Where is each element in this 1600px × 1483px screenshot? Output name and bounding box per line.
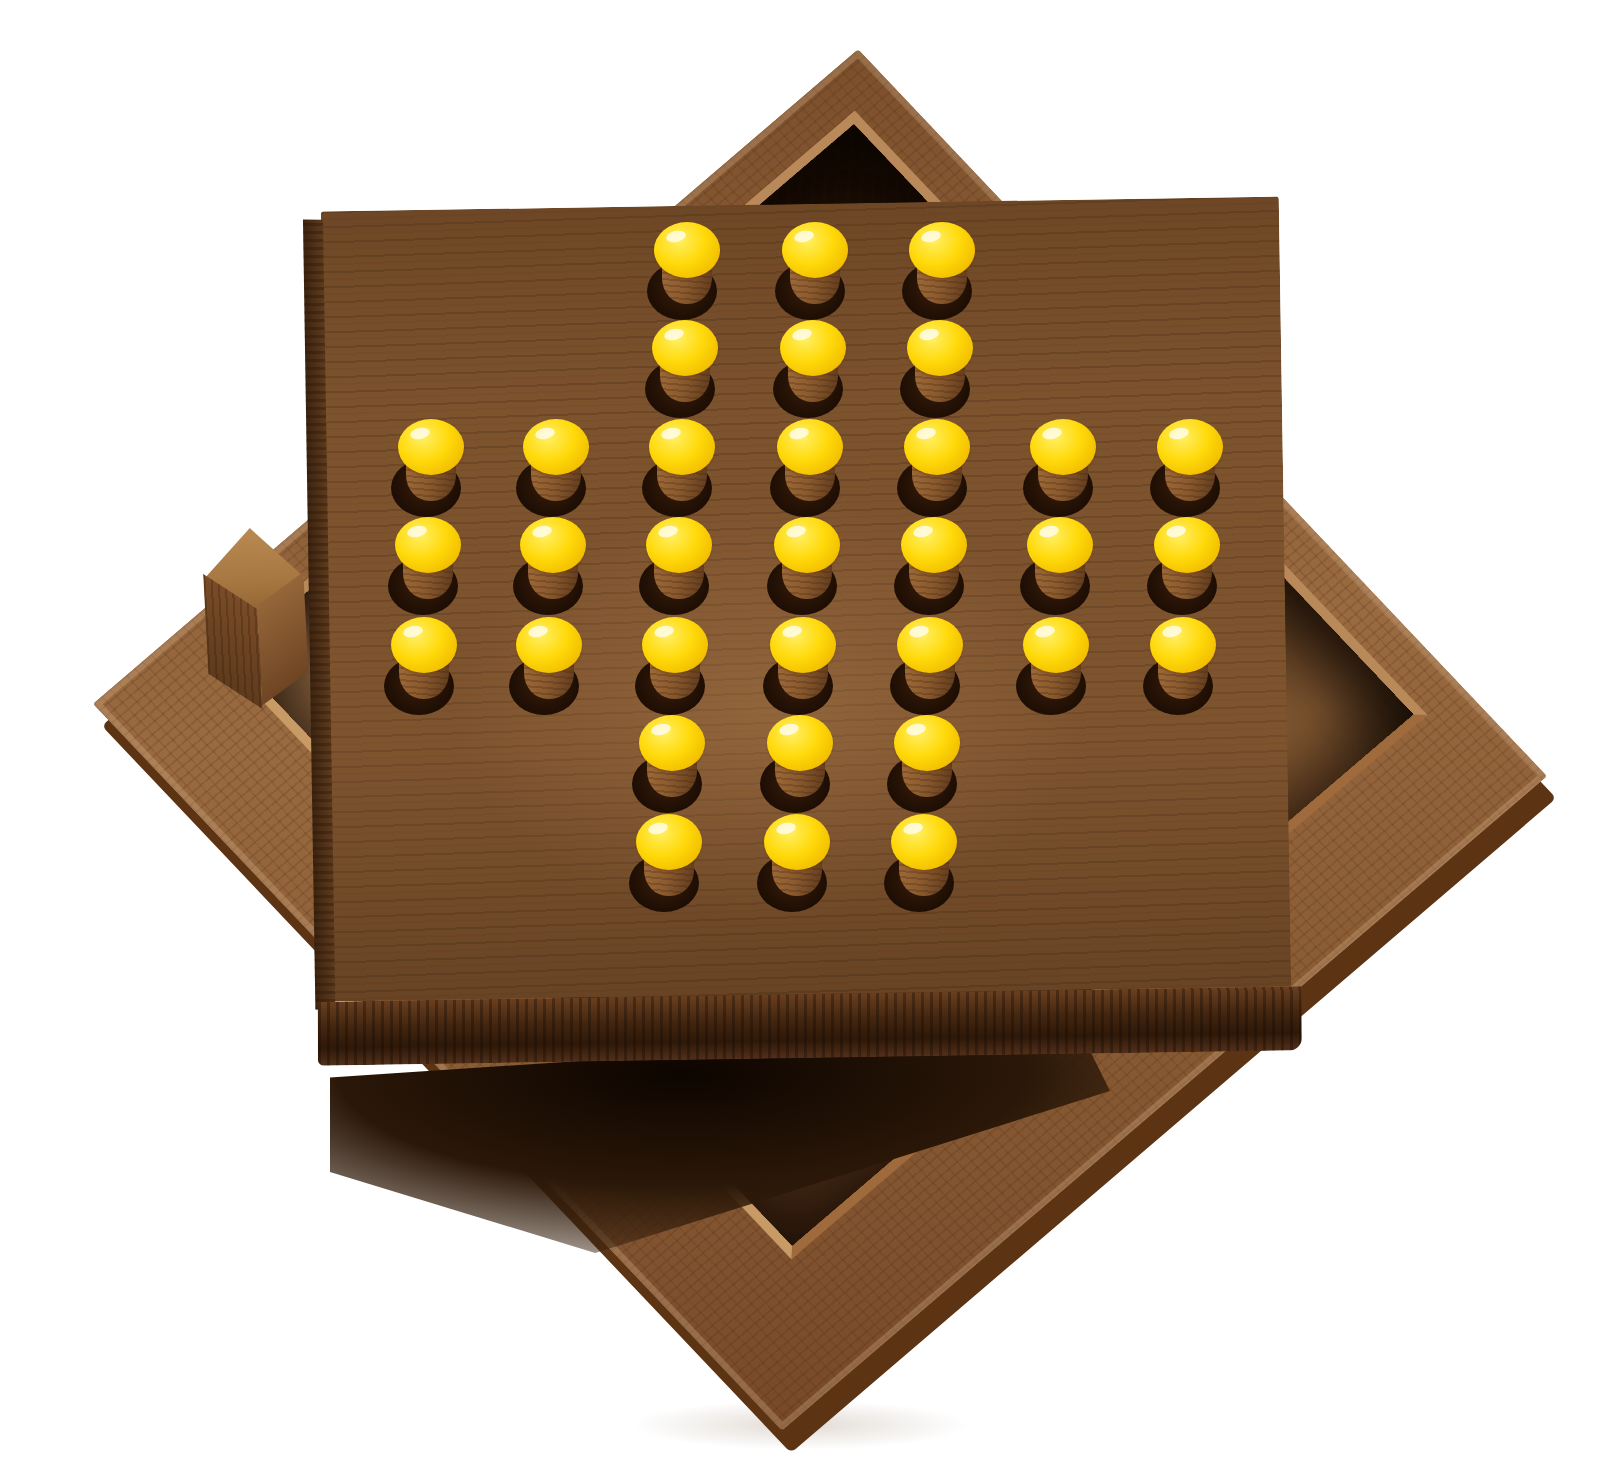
product-photo-scene (0, 0, 1600, 1483)
peg-layer (0, 0, 1600, 1483)
peg-cap[interactable] (764, 814, 830, 870)
peg-cap[interactable] (894, 715, 960, 771)
peg-cap[interactable] (904, 419, 970, 475)
peg-cap[interactable] (767, 715, 833, 771)
peg-cap[interactable] (649, 419, 715, 475)
peg-cap[interactable] (520, 517, 586, 573)
peg-cap[interactable] (636, 814, 702, 870)
peg-cap[interactable] (1150, 617, 1216, 673)
peg-cap[interactable] (1023, 617, 1089, 673)
peg-cap[interactable] (901, 517, 967, 573)
peg-cap[interactable] (780, 320, 846, 376)
peg-cap[interactable] (1154, 517, 1220, 573)
peg-cap[interactable] (1157, 419, 1223, 475)
peg-cap[interactable] (654, 222, 720, 278)
peg-cap[interactable] (516, 617, 582, 673)
peg-cap[interactable] (891, 814, 957, 870)
peg-cap[interactable] (909, 222, 975, 278)
peg-cap[interactable] (770, 617, 836, 673)
peg-cap[interactable] (897, 617, 963, 673)
peg-cap[interactable] (391, 617, 457, 673)
peg-cap[interactable] (777, 419, 843, 475)
peg-cap[interactable] (774, 517, 840, 573)
peg-cap[interactable] (1027, 517, 1093, 573)
peg-cap[interactable] (642, 617, 708, 673)
peg-cap[interactable] (398, 419, 464, 475)
peg-cap[interactable] (395, 517, 461, 573)
peg-cap[interactable] (652, 320, 718, 376)
peg-cap[interactable] (782, 222, 848, 278)
peg-cap[interactable] (639, 715, 705, 771)
peg-cap[interactable] (646, 517, 712, 573)
peg-cap[interactable] (907, 320, 973, 376)
peg-cap[interactable] (523, 419, 589, 475)
peg-cap[interactable] (1030, 419, 1096, 475)
